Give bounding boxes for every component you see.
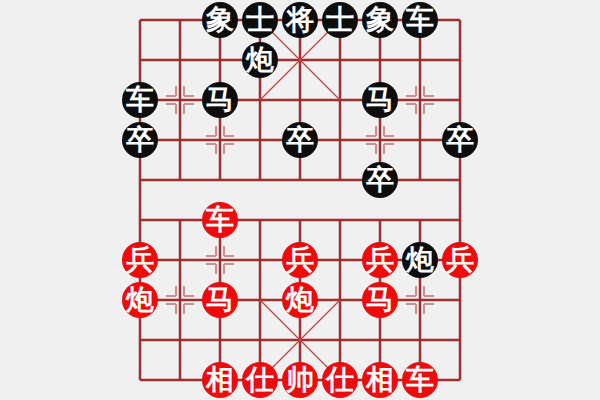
piece-black-soldier[interactable]: 卒 bbox=[282, 122, 318, 158]
app-background: 象士将士象车炮车马马卒卒卒卒车兵兵兵炮兵炮马炮马相仕帅仕相车 bbox=[0, 0, 600, 400]
piece-layer: 象士将士象车炮车马马卒卒卒卒车兵兵兵炮兵炮马炮马相仕帅仕相车 bbox=[120, 0, 480, 400]
piece-red-horse[interactable]: 马 bbox=[362, 282, 398, 318]
piece-red-advisor[interactable]: 仕 bbox=[242, 362, 278, 398]
piece-black-general[interactable]: 将 bbox=[282, 2, 318, 38]
piece-red-advisor[interactable]: 仕 bbox=[322, 362, 358, 398]
piece-red-cannon[interactable]: 炮 bbox=[282, 282, 318, 318]
piece-black-chariot[interactable]: 车 bbox=[122, 82, 158, 118]
piece-red-cannon[interactable]: 炮 bbox=[122, 282, 158, 318]
piece-red-soldier[interactable]: 兵 bbox=[122, 242, 158, 278]
piece-black-advisor[interactable]: 士 bbox=[242, 2, 278, 38]
piece-black-cannon[interactable]: 炮 bbox=[242, 42, 278, 78]
xiangqi-board[interactable]: 象士将士象车炮车马马卒卒卒卒车兵兵兵炮兵炮马炮马相仕帅仕相车 bbox=[120, 0, 480, 400]
piece-red-chariot[interactable]: 车 bbox=[402, 362, 438, 398]
piece-black-horse[interactable]: 马 bbox=[202, 82, 238, 118]
piece-red-chariot[interactable]: 车 bbox=[202, 202, 238, 238]
piece-black-cannon[interactable]: 炮 bbox=[402, 242, 438, 278]
piece-black-horse[interactable]: 马 bbox=[362, 82, 398, 118]
piece-black-soldier[interactable]: 卒 bbox=[442, 122, 478, 158]
piece-red-elephant[interactable]: 相 bbox=[202, 362, 238, 398]
piece-black-elephant[interactable]: 象 bbox=[362, 2, 398, 38]
piece-red-soldier[interactable]: 兵 bbox=[362, 242, 398, 278]
piece-red-horse[interactable]: 马 bbox=[202, 282, 238, 318]
piece-black-elephant[interactable]: 象 bbox=[202, 2, 238, 38]
piece-black-soldier[interactable]: 卒 bbox=[122, 122, 158, 158]
piece-red-general[interactable]: 帅 bbox=[282, 362, 318, 398]
piece-black-soldier[interactable]: 卒 bbox=[362, 162, 398, 198]
piece-red-elephant[interactable]: 相 bbox=[362, 362, 398, 398]
piece-black-advisor[interactable]: 士 bbox=[322, 2, 358, 38]
piece-red-soldier[interactable]: 兵 bbox=[282, 242, 318, 278]
piece-black-chariot[interactable]: 车 bbox=[402, 2, 438, 38]
piece-red-soldier[interactable]: 兵 bbox=[442, 242, 478, 278]
